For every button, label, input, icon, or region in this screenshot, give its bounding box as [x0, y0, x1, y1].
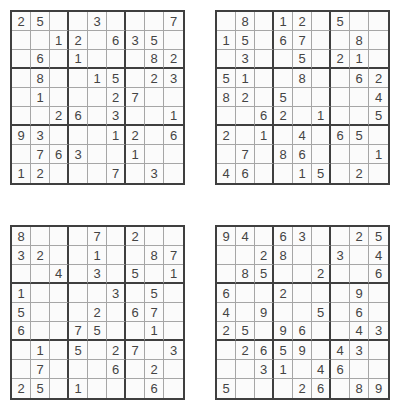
cell-r5c4: 5	[274, 88, 293, 107]
cell-r2c7[interactable]	[331, 31, 350, 50]
cell-r6c1[interactable]	[12, 107, 31, 126]
cell-r1c3[interactable]	[255, 227, 274, 246]
cell-r4c9[interactable]	[369, 284, 388, 303]
cell-r2c6[interactable]	[312, 31, 331, 50]
cell-r4c4[interactable]	[69, 69, 88, 88]
cell-r3c1[interactable]	[12, 265, 31, 284]
cell-r2c3[interactable]	[50, 246, 69, 265]
cell-r2c2[interactable]	[31, 31, 50, 50]
cell-r9c9[interactable]	[164, 164, 183, 183]
cell-r8c2[interactable]	[236, 360, 255, 379]
cell-r8c2: 7	[31, 360, 50, 379]
cell-r3c6[interactable]	[107, 50, 126, 69]
cell-r2c4: 8	[274, 246, 293, 265]
cell-r2c2: 5	[236, 31, 255, 50]
cell-r6c9: 3	[369, 322, 388, 341]
cell-r7c8[interactable]	[145, 341, 164, 360]
cell-r8c9: 1	[369, 145, 388, 164]
cell-r7c4: 5	[274, 341, 293, 360]
cell-r7c9: 3	[164, 341, 183, 360]
cell-r5c2: 1	[31, 88, 50, 107]
cell-r6c2[interactable]	[236, 107, 255, 126]
cell-r1c8: 2	[350, 227, 369, 246]
cell-r4c7[interactable]	[126, 69, 145, 88]
cell-r7c8[interactable]	[145, 126, 164, 145]
cell-r4c1: 1	[12, 284, 31, 303]
cell-r9c5[interactable]	[88, 379, 107, 398]
cell-r8c7: 6	[331, 360, 350, 379]
cell-r5c5[interactable]	[293, 303, 312, 322]
cell-r7c3[interactable]	[50, 126, 69, 145]
cell-r4c6[interactable]	[312, 284, 331, 303]
cell-r8c3: 3	[255, 360, 274, 379]
cell-r8c4: 3	[69, 145, 88, 164]
cell-r4c7[interactable]	[331, 284, 350, 303]
cell-r5c8: 7	[145, 303, 164, 322]
cell-r5c9[interactable]	[369, 303, 388, 322]
cell-r6c6[interactable]	[312, 322, 331, 341]
cell-r8c5[interactable]	[88, 360, 107, 379]
cell-r6c8[interactable]	[145, 107, 164, 126]
cell-r5c2: 2	[236, 88, 255, 107]
cell-r6c7[interactable]	[126, 322, 145, 341]
cell-r9c2: 2	[31, 164, 50, 183]
cell-r2c9[interactable]	[369, 31, 388, 50]
cell-r9c5: 2	[293, 379, 312, 398]
cell-r7c2: 1	[31, 341, 50, 360]
cell-r9c3[interactable]	[255, 164, 274, 183]
cell-r6c3[interactable]	[50, 322, 69, 341]
cell-r2c1: 3	[12, 246, 31, 265]
cell-r9c7[interactable]	[126, 379, 145, 398]
cell-r1c3[interactable]	[255, 12, 274, 31]
cell-r7c1[interactable]	[217, 341, 236, 360]
cell-r4c7[interactable]	[331, 69, 350, 88]
cell-r1c9[interactable]	[369, 12, 388, 31]
sudoku-grid-bottom-left: 87232187435113552676751152737622516	[10, 225, 185, 400]
cell-r5c7: 6	[126, 303, 145, 322]
cell-r7c7: 7	[126, 341, 145, 360]
cell-r3c4[interactable]	[274, 50, 293, 69]
cell-r2c8: 5	[145, 31, 164, 50]
cell-r5c6[interactable]	[312, 88, 331, 107]
cell-r5c3: 9	[255, 303, 274, 322]
cell-r1c5: 3	[88, 12, 107, 31]
cell-r8c6: 4	[312, 360, 331, 379]
cell-r3c6[interactable]	[312, 50, 331, 69]
cell-r6c2[interactable]	[31, 322, 50, 341]
cell-r2c5: 1	[88, 246, 107, 265]
cell-r9c6: 7	[107, 164, 126, 183]
cell-r1c2[interactable]	[31, 227, 50, 246]
cell-r7c6[interactable]	[312, 341, 331, 360]
cell-r8c2: 7	[236, 145, 255, 164]
cell-r5c6[interactable]	[107, 303, 126, 322]
cell-r9c9[interactable]	[369, 164, 388, 183]
cell-r1c6[interactable]	[107, 12, 126, 31]
cell-r8c8[interactable]	[145, 145, 164, 164]
cell-r4c9: 3	[164, 69, 183, 88]
cell-r8c9[interactable]	[369, 360, 388, 379]
cell-r7c1: 9	[12, 126, 31, 145]
cell-r1c2: 8	[236, 12, 255, 31]
cell-r4c8: 6	[350, 69, 369, 88]
cell-r5c6: 2	[107, 88, 126, 107]
cell-r5c4[interactable]	[274, 303, 293, 322]
cell-r3c3[interactable]	[50, 50, 69, 69]
cell-r5c7[interactable]	[331, 303, 350, 322]
cell-r4c5: 1	[88, 69, 107, 88]
cell-r2c7[interactable]	[126, 246, 145, 265]
cell-r5c7: 7	[126, 88, 145, 107]
cell-r8c4: 8	[274, 145, 293, 164]
cell-r8c5[interactable]	[293, 360, 312, 379]
cell-r1c1: 2	[12, 12, 31, 31]
cell-r7c2[interactable]	[236, 126, 255, 145]
cell-r2c3: 1	[50, 31, 69, 50]
cell-r3c9: 1	[164, 265, 183, 284]
cell-r7c1[interactable]	[12, 341, 31, 360]
cell-r6c6: 1	[312, 107, 331, 126]
cell-r4c3[interactable]	[255, 284, 274, 303]
cell-r5c3[interactable]	[50, 303, 69, 322]
cell-r5c3[interactable]	[50, 88, 69, 107]
cell-r4c6: 5	[107, 69, 126, 88]
cell-r3c3: 5	[255, 265, 274, 284]
cell-r1c2: 5	[31, 12, 50, 31]
cell-r3c4: 1	[69, 50, 88, 69]
cell-r7c2: 3	[31, 126, 50, 145]
cell-r7c4: 5	[69, 341, 88, 360]
cell-r1c7: 2	[126, 227, 145, 246]
cell-r8c8[interactable]	[350, 145, 369, 164]
cell-r4c2: 8	[31, 69, 50, 88]
cell-r1c7: 5	[331, 12, 350, 31]
cell-r1c4: 6	[274, 227, 293, 246]
cell-r2c4: 6	[274, 31, 293, 50]
cell-r2c4[interactable]	[69, 246, 88, 265]
cell-r9c8: 6	[145, 379, 164, 398]
cell-r2c3[interactable]	[255, 31, 274, 50]
cell-r4c1[interactable]	[12, 69, 31, 88]
cell-r9c8: 2	[350, 164, 369, 183]
cell-r2c9: 7	[164, 246, 183, 265]
cell-r4c5[interactable]	[293, 284, 312, 303]
cell-r7c7: 6	[331, 126, 350, 145]
cell-r1c4: 1	[274, 12, 293, 31]
cell-r5c3[interactable]	[255, 88, 274, 107]
cell-r9c3[interactable]	[255, 379, 274, 398]
cell-r1c4[interactable]	[69, 12, 88, 31]
cell-r4c7[interactable]	[126, 284, 145, 303]
cell-r2c2: 2	[31, 246, 50, 265]
cell-r1c6[interactable]	[312, 12, 331, 31]
cell-r7c3: 1	[255, 126, 274, 145]
cell-r3c1[interactable]	[217, 50, 236, 69]
cell-r1c1[interactable]	[217, 12, 236, 31]
cell-r3c5: 5	[293, 50, 312, 69]
cell-r7c5: 4	[293, 126, 312, 145]
cell-r5c8[interactable]	[350, 88, 369, 107]
cell-r2c9[interactable]	[164, 31, 183, 50]
cell-r9c1: 5	[217, 379, 236, 398]
cell-r4c2[interactable]	[236, 284, 255, 303]
cell-r1c3[interactable]	[50, 12, 69, 31]
cell-r3c4[interactable]	[69, 265, 88, 284]
cell-r4c3[interactable]	[255, 69, 274, 88]
cell-r3c2[interactable]	[31, 265, 50, 284]
cell-r9c7[interactable]	[126, 164, 145, 183]
cell-r8c7: 1	[126, 145, 145, 164]
cell-r3c3[interactable]	[255, 50, 274, 69]
cell-r7c3[interactable]	[50, 341, 69, 360]
cell-r2c6[interactable]	[312, 246, 331, 265]
cell-r8c9[interactable]	[164, 145, 183, 164]
cell-r4c5[interactable]	[88, 284, 107, 303]
cell-r7c6[interactable]	[312, 126, 331, 145]
cell-r6c8: 1	[145, 322, 164, 341]
cell-r4c2: 1	[236, 69, 255, 88]
cell-r2c6: 6	[107, 31, 126, 50]
cell-r9c5: 1	[293, 164, 312, 183]
cell-r9c1: 4	[217, 164, 236, 183]
cell-r6c3[interactable]	[255, 322, 274, 341]
cell-r5c5[interactable]	[88, 88, 107, 107]
cell-r1c4[interactable]	[69, 227, 88, 246]
cell-r8c6: 6	[107, 360, 126, 379]
cell-r8c5[interactable]	[88, 145, 107, 164]
cell-r2c1[interactable]	[217, 246, 236, 265]
cell-r6c1[interactable]	[217, 107, 236, 126]
sudoku-grid-top-left: 25371263561828152312726319312676311273	[10, 10, 185, 185]
cell-r7c9[interactable]	[369, 341, 388, 360]
cell-r2c6[interactable]	[107, 246, 126, 265]
cell-r8c9[interactable]	[164, 360, 183, 379]
cell-r9c9[interactable]	[164, 379, 183, 398]
cell-r3c6: 2	[312, 265, 331, 284]
cell-r8c6[interactable]	[107, 145, 126, 164]
cell-r7c6: 1	[107, 126, 126, 145]
cell-r1c6[interactable]	[312, 227, 331, 246]
cell-r6c2[interactable]	[31, 107, 50, 126]
cell-r1c1: 9	[217, 227, 236, 246]
cell-r8c1[interactable]	[12, 145, 31, 164]
cell-r8c1[interactable]	[217, 145, 236, 164]
cell-r8c8: 2	[145, 360, 164, 379]
cell-r3c9[interactable]	[369, 50, 388, 69]
cell-r6c6[interactable]	[107, 322, 126, 341]
cell-r1c8[interactable]	[145, 12, 164, 31]
cell-r5c5[interactable]	[293, 88, 312, 107]
cell-r1c7[interactable]	[331, 227, 350, 246]
cell-r1c5: 3	[293, 227, 312, 246]
cell-r8c3[interactable]	[50, 360, 69, 379]
cell-r3c7[interactable]	[331, 265, 350, 284]
cell-r5c9[interactable]	[164, 303, 183, 322]
cell-r5c2[interactable]	[236, 303, 255, 322]
cell-r1c7[interactable]	[126, 12, 145, 31]
cell-r3c5[interactable]	[88, 50, 107, 69]
cell-r9c6[interactable]	[107, 379, 126, 398]
cell-r9c4[interactable]	[69, 164, 88, 183]
cell-r2c3: 2	[255, 246, 274, 265]
cell-r6c7[interactable]	[126, 107, 145, 126]
cell-r8c5: 6	[293, 145, 312, 164]
cell-r6c8: 4	[350, 322, 369, 341]
cell-r8c3: 6	[50, 145, 69, 164]
cell-r3c7[interactable]	[126, 50, 145, 69]
cell-r7c4[interactable]	[69, 126, 88, 145]
cell-r2c5[interactable]	[293, 246, 312, 265]
sudoku-grid-bottom-right: 9463252834852662949562596432659433146526…	[215, 225, 390, 400]
cell-r8c7[interactable]	[331, 145, 350, 164]
cell-r3c8[interactable]	[145, 265, 164, 284]
cell-r5c2[interactable]	[31, 303, 50, 322]
cell-r3c4[interactable]	[274, 265, 293, 284]
cell-r9c1: 1	[12, 164, 31, 183]
cell-r3c1[interactable]	[12, 50, 31, 69]
cell-r8c8[interactable]	[350, 360, 369, 379]
cell-r3c6[interactable]	[107, 265, 126, 284]
cell-r8c4[interactable]	[69, 360, 88, 379]
cell-r4c4: 2	[274, 284, 293, 303]
cell-r5c1[interactable]	[12, 88, 31, 107]
cell-r5c9[interactable]	[164, 88, 183, 107]
cell-r6c5: 5	[88, 322, 107, 341]
cell-r1c9: 7	[164, 12, 183, 31]
cell-r6c4: 2	[274, 107, 293, 126]
cell-r6c8[interactable]	[350, 107, 369, 126]
cell-r7c8: 5	[350, 126, 369, 145]
cell-r4c3[interactable]	[50, 69, 69, 88]
cell-r3c8[interactable]	[350, 265, 369, 284]
cell-r7c6: 2	[107, 341, 126, 360]
cell-r6c7[interactable]	[331, 107, 350, 126]
cell-r3c5: 3	[88, 265, 107, 284]
cell-r5c4[interactable]	[69, 303, 88, 322]
cell-r5c7[interactable]	[331, 88, 350, 107]
cell-r2c8[interactable]	[350, 246, 369, 265]
cell-r4c4[interactable]	[274, 69, 293, 88]
cell-r7c9[interactable]	[369, 126, 388, 145]
cell-r9c2[interactable]	[236, 379, 255, 398]
puzzle-sheet: 25371263561828152312726319312676311273 8…	[0, 0, 400, 410]
cell-r1c8[interactable]	[350, 12, 369, 31]
cell-r8c7[interactable]	[126, 360, 145, 379]
cell-r7c2: 2	[236, 341, 255, 360]
cell-r8c4: 1	[274, 360, 293, 379]
cell-r2c4: 2	[69, 31, 88, 50]
cell-r6c3: 2	[50, 107, 69, 126]
cell-r3c5[interactable]	[293, 265, 312, 284]
cell-r2c7: 3	[331, 246, 350, 265]
cell-r3c3: 4	[50, 265, 69, 284]
cell-r9c4[interactable]	[274, 164, 293, 183]
cell-r4c4[interactable]	[69, 284, 88, 303]
cell-r9c7[interactable]	[331, 164, 350, 183]
cell-r8c1[interactable]	[12, 360, 31, 379]
cell-r1c8[interactable]	[145, 227, 164, 246]
cell-r7c5[interactable]	[88, 341, 107, 360]
cell-r9c9: 9	[369, 379, 388, 398]
cell-r6c5[interactable]	[88, 107, 107, 126]
cell-r1c2: 4	[236, 227, 255, 246]
cell-r7c4[interactable]	[274, 126, 293, 145]
cell-r7c7: 2	[126, 126, 145, 145]
cell-r5c8: 6	[350, 303, 369, 322]
cell-r3c2: 6	[31, 50, 50, 69]
cell-r4c3[interactable]	[50, 284, 69, 303]
cell-r7c3: 6	[255, 341, 274, 360]
cell-r2c7: 3	[126, 31, 145, 50]
cell-r1c1: 8	[12, 227, 31, 246]
cell-r5c8[interactable]	[145, 88, 164, 107]
cell-r2c1: 1	[217, 31, 236, 50]
cell-r5c4[interactable]	[69, 88, 88, 107]
cell-r3c7: 2	[331, 50, 350, 69]
cell-r7c9: 6	[164, 126, 183, 145]
cell-r6c4: 7	[69, 322, 88, 341]
cell-r6c1: 6	[12, 322, 31, 341]
cell-r9c5[interactable]	[88, 164, 107, 183]
cell-r6c9: 1	[164, 107, 183, 126]
cell-r4c1: 6	[217, 284, 236, 303]
cell-r1c9: 5	[369, 227, 388, 246]
cell-r8c3[interactable]	[255, 145, 274, 164]
cell-r1c3[interactable]	[50, 227, 69, 246]
cell-r4c9[interactable]	[164, 284, 183, 303]
cell-r3c7: 5	[126, 265, 145, 284]
cell-r5c9: 4	[369, 88, 388, 107]
cell-r1c6[interactable]	[107, 227, 126, 246]
cell-r4c1: 5	[217, 69, 236, 88]
cell-r2c8: 8	[145, 246, 164, 265]
cell-r6c2: 5	[236, 322, 255, 341]
cell-r7c5[interactable]	[88, 126, 107, 145]
cell-r5c1: 4	[217, 303, 236, 322]
cell-r3c1[interactable]	[217, 265, 236, 284]
cell-r4c2[interactable]	[31, 284, 50, 303]
cell-r1c5: 2	[293, 12, 312, 31]
cell-r9c4[interactable]	[274, 379, 293, 398]
cell-r6c7[interactable]	[331, 322, 350, 341]
cell-r9c6: 5	[312, 164, 331, 183]
cell-r9c3[interactable]	[50, 379, 69, 398]
cell-r9c7[interactable]	[331, 379, 350, 398]
cell-r2c1[interactable]	[12, 31, 31, 50]
cell-r3c9: 2	[164, 50, 183, 69]
cell-r5c1: 5	[12, 303, 31, 322]
cell-r6c9[interactable]	[164, 322, 183, 341]
cell-r2c2[interactable]	[236, 246, 255, 265]
cell-r4c9: 2	[369, 69, 388, 88]
cell-r3c8: 8	[145, 50, 164, 69]
cell-r1c9[interactable]	[164, 227, 183, 246]
cell-r1c5: 7	[88, 227, 107, 246]
cell-r6c5: 6	[293, 322, 312, 341]
cell-r6c9: 5	[369, 107, 388, 126]
cell-r2c5: 7	[293, 31, 312, 50]
cell-r2c5[interactable]	[88, 31, 107, 50]
cell-r5c1: 8	[217, 88, 236, 107]
cell-r6c5[interactable]	[293, 107, 312, 126]
cell-r8c6[interactable]	[312, 145, 331, 164]
cell-r4c6[interactable]	[312, 69, 331, 88]
cell-r6c3: 6	[255, 107, 274, 126]
cell-r8c1[interactable]	[217, 360, 236, 379]
cell-r7c7: 4	[331, 341, 350, 360]
cell-r9c3[interactable]	[50, 164, 69, 183]
